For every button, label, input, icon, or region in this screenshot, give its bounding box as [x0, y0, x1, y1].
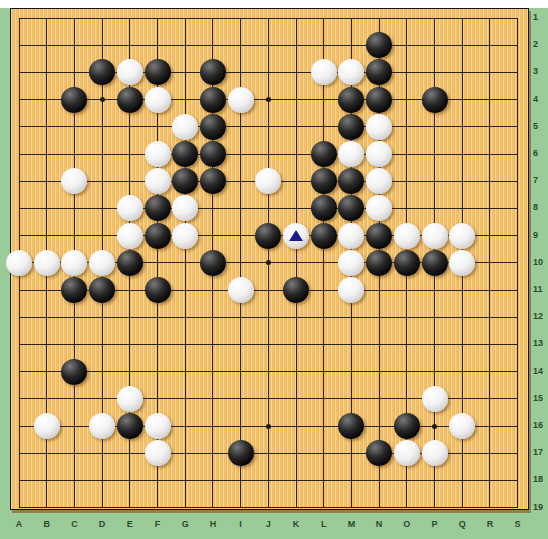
stone-white-K9-last-move[interactable] — [283, 223, 309, 249]
stone-white-D16[interactable] — [89, 413, 115, 439]
stone-black-F11[interactable] — [145, 277, 171, 303]
column-label-H: H — [203, 519, 223, 529]
row-label-11: 11 — [533, 284, 547, 296]
column-label-I: I — [231, 519, 251, 529]
stone-black-M5[interactable] — [338, 114, 364, 140]
stone-white-N5[interactable] — [366, 114, 392, 140]
star-point — [266, 424, 271, 429]
stone-black-D11[interactable] — [89, 277, 115, 303]
stone-black-F9[interactable] — [145, 223, 171, 249]
row-label-2: 2 — [533, 39, 547, 51]
row-label-1: 1 — [533, 12, 547, 24]
column-label-E: E — [120, 519, 140, 529]
stone-black-L8[interactable] — [311, 195, 337, 221]
stone-black-L7[interactable] — [311, 168, 337, 194]
column-label-R: R — [480, 519, 500, 529]
column-label-A: A — [9, 519, 29, 529]
column-label-J: J — [258, 519, 278, 529]
column-label-C: C — [64, 519, 84, 529]
stone-black-P4[interactable] — [422, 87, 448, 113]
stone-white-I4[interactable] — [228, 87, 254, 113]
stone-black-H6[interactable] — [200, 141, 226, 167]
stone-white-B16[interactable] — [34, 413, 60, 439]
stone-black-J9[interactable] — [255, 223, 281, 249]
stone-white-N6[interactable] — [366, 141, 392, 167]
column-label-L: L — [314, 519, 334, 529]
stone-black-C4[interactable] — [61, 87, 87, 113]
stone-black-I17[interactable] — [228, 440, 254, 466]
stone-white-P15[interactable] — [422, 386, 448, 412]
stone-black-O16[interactable] — [394, 413, 420, 439]
stone-black-F3[interactable] — [145, 59, 171, 85]
stone-black-G6[interactable] — [172, 141, 198, 167]
row-label-12: 12 — [533, 311, 547, 323]
stone-white-Q10[interactable] — [449, 250, 475, 276]
stone-white-L3[interactable] — [311, 59, 337, 85]
column-label-D: D — [92, 519, 112, 529]
column-label-M: M — [341, 519, 361, 529]
stone-white-F7[interactable] — [145, 168, 171, 194]
column-label-G: G — [175, 519, 195, 529]
stone-black-H7[interactable] — [200, 168, 226, 194]
stone-black-H5[interactable] — [200, 114, 226, 140]
stone-white-B10[interactable] — [34, 250, 60, 276]
stone-white-M9[interactable] — [338, 223, 364, 249]
stone-white-P9[interactable] — [422, 223, 448, 249]
star-point — [100, 97, 105, 102]
stone-white-F6[interactable] — [145, 141, 171, 167]
stone-black-L6[interactable] — [311, 141, 337, 167]
column-label-B: B — [37, 519, 57, 529]
column-label-N: N — [369, 519, 389, 529]
stone-black-P10[interactable] — [422, 250, 448, 276]
stone-black-H4[interactable] — [200, 87, 226, 113]
stone-white-G9[interactable] — [172, 223, 198, 249]
stone-white-D10[interactable] — [89, 250, 115, 276]
stone-black-E10[interactable] — [117, 250, 143, 276]
stone-white-P17[interactable] — [422, 440, 448, 466]
column-label-K: K — [286, 519, 306, 529]
stone-black-C14[interactable] — [61, 359, 87, 385]
row-label-9: 9 — [533, 230, 547, 242]
stone-white-E8[interactable] — [117, 195, 143, 221]
row-label-16: 16 — [533, 420, 547, 432]
row-label-8: 8 — [533, 202, 547, 214]
go-app-window: ABCDEFGHIJKLMNOPQRS123456789101112131415… — [0, 0, 548, 539]
row-label-10: 10 — [533, 257, 547, 269]
stone-black-H10[interactable] — [200, 250, 226, 276]
stone-white-F17[interactable] — [145, 440, 171, 466]
stone-black-L9[interactable] — [311, 223, 337, 249]
row-label-5: 5 — [533, 121, 547, 133]
stone-white-E3[interactable] — [117, 59, 143, 85]
stone-black-M4[interactable] — [338, 87, 364, 113]
stone-white-Q9[interactable] — [449, 223, 475, 249]
column-label-S: S — [508, 519, 528, 529]
stone-white-A10[interactable] — [6, 250, 32, 276]
stone-black-E4[interactable] — [117, 87, 143, 113]
stone-black-E16[interactable] — [117, 413, 143, 439]
row-label-18: 18 — [533, 474, 547, 486]
stone-white-E15[interactable] — [117, 386, 143, 412]
go-board[interactable] — [10, 8, 529, 510]
row-label-15: 15 — [533, 393, 547, 405]
star-point — [266, 97, 271, 102]
row-label-17: 17 — [533, 447, 547, 459]
row-label-19: 19 — [533, 502, 547, 514]
column-label-O: O — [397, 519, 417, 529]
stone-black-N10[interactable] — [366, 250, 392, 276]
stone-white-F16[interactable] — [145, 413, 171, 439]
stone-black-O10[interactable] — [394, 250, 420, 276]
last-move-triangle-marker — [289, 230, 303, 241]
column-label-F: F — [148, 519, 168, 529]
row-label-4: 4 — [533, 94, 547, 106]
stone-white-O9[interactable] — [394, 223, 420, 249]
row-label-7: 7 — [533, 175, 547, 187]
stone-black-F8[interactable] — [145, 195, 171, 221]
stone-white-Q16[interactable] — [449, 413, 475, 439]
stone-black-K11[interactable] — [283, 277, 309, 303]
row-label-6: 6 — [533, 148, 547, 160]
stone-white-F4[interactable] — [145, 87, 171, 113]
stone-black-N9[interactable] — [366, 223, 392, 249]
star-point — [432, 424, 437, 429]
stone-white-I11[interactable] — [228, 277, 254, 303]
row-label-14: 14 — [533, 366, 547, 378]
row-label-13: 13 — [533, 338, 547, 350]
stone-white-G5[interactable] — [172, 114, 198, 140]
stone-white-E9[interactable] — [117, 223, 143, 249]
stone-white-C10[interactable] — [61, 250, 87, 276]
stone-white-O17[interactable] — [394, 440, 420, 466]
column-label-Q: Q — [452, 519, 472, 529]
column-label-P: P — [425, 519, 445, 529]
stone-white-M10[interactable] — [338, 250, 364, 276]
stone-black-N4[interactable] — [366, 87, 392, 113]
row-label-3: 3 — [533, 66, 547, 78]
